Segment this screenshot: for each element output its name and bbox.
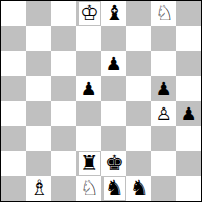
square-g2[interactable]: [151, 151, 176, 176]
square-f6[interactable]: [126, 51, 151, 76]
square-c8[interactable]: [51, 1, 76, 26]
square-d3[interactable]: [76, 126, 101, 151]
square-h8[interactable]: [176, 1, 201, 26]
square-c3[interactable]: [51, 126, 76, 151]
square-g1[interactable]: [151, 176, 176, 201]
square-b2[interactable]: [26, 151, 51, 176]
square-h3[interactable]: [176, 126, 201, 151]
square-g4[interactable]: ♙: [151, 101, 176, 126]
square-h7[interactable]: [176, 26, 201, 51]
black-bishop-e8: ♝: [104, 2, 125, 25]
black-rook-d2: ♜: [79, 152, 100, 175]
square-c1[interactable]: [51, 176, 76, 201]
square-a8[interactable]: [1, 1, 26, 26]
black-knight-e1: ♞: [104, 177, 125, 200]
square-c6[interactable]: [51, 51, 76, 76]
white-king-d8: ♔: [79, 2, 100, 25]
square-d2[interactable]: ♜: [76, 151, 101, 176]
square-d6[interactable]: [76, 51, 101, 76]
square-b1[interactable]: ♗: [26, 176, 51, 201]
white-knight-g8: ♘: [154, 2, 175, 25]
square-e7[interactable]: [101, 26, 126, 51]
square-d8[interactable]: ♔: [76, 1, 101, 26]
square-f7[interactable]: [126, 26, 151, 51]
square-e2[interactable]: ♚: [101, 151, 126, 176]
square-f8[interactable]: [126, 1, 151, 26]
square-g8[interactable]: ♘: [151, 1, 176, 26]
square-a3[interactable]: [1, 126, 26, 151]
square-g5[interactable]: ♟: [151, 76, 176, 101]
square-c5[interactable]: [51, 76, 76, 101]
square-b3[interactable]: [26, 126, 51, 151]
square-d5[interactable]: ♟: [76, 76, 101, 101]
square-f2[interactable]: [126, 151, 151, 176]
black-pawn-e6: ♟: [101, 51, 126, 76]
square-a4[interactable]: [1, 101, 26, 126]
square-a2[interactable]: [1, 151, 26, 176]
square-h4[interactable]: ♟: [176, 101, 201, 126]
square-a7[interactable]: [1, 26, 26, 51]
square-g3[interactable]: [151, 126, 176, 151]
black-king-e2: ♚: [104, 152, 125, 175]
square-b6[interactable]: [26, 51, 51, 76]
square-b7[interactable]: [26, 26, 51, 51]
square-f1[interactable]: ♞: [126, 176, 151, 201]
square-e1[interactable]: ♞: [101, 176, 126, 201]
white-knight-d1: ♘: [79, 177, 100, 200]
square-c7[interactable]: [51, 26, 76, 51]
square-e6[interactable]: ♟: [101, 51, 126, 76]
square-d1[interactable]: ♘: [76, 176, 101, 201]
square-c2[interactable]: [51, 151, 76, 176]
white-pawn-g4: ♙: [151, 101, 176, 126]
square-h2[interactable]: [176, 151, 201, 176]
white-bishop-b1: ♗: [29, 177, 50, 200]
square-e3[interactable]: [101, 126, 126, 151]
square-d7[interactable]: [76, 26, 101, 51]
black-pawn-h4: ♟: [176, 101, 201, 126]
square-g7[interactable]: [151, 26, 176, 51]
square-a6[interactable]: [1, 51, 26, 76]
square-f3[interactable]: [126, 126, 151, 151]
square-e4[interactable]: [101, 101, 126, 126]
square-h6[interactable]: [176, 51, 201, 76]
square-d4[interactable]: [76, 101, 101, 126]
chess-diagram: ♔♝♘♟♟♟♙♟♜♚♗♘♞♞: [0, 0, 202, 202]
square-e8[interactable]: ♝: [101, 1, 126, 26]
square-c4[interactable]: [51, 101, 76, 126]
square-e5[interactable]: [101, 76, 126, 101]
square-b5[interactable]: [26, 76, 51, 101]
black-pawn-d5: ♟: [76, 76, 101, 101]
square-h1[interactable]: [176, 176, 201, 201]
square-b8[interactable]: [26, 1, 51, 26]
square-b4[interactable]: [26, 101, 51, 126]
black-pawn-g5: ♟: [151, 76, 176, 101]
square-f5[interactable]: [126, 76, 151, 101]
square-h5[interactable]: [176, 76, 201, 101]
square-g6[interactable]: [151, 51, 176, 76]
black-knight-f1: ♞: [129, 177, 150, 200]
square-f4[interactable]: [126, 101, 151, 126]
square-a5[interactable]: [1, 76, 26, 101]
chess-board: ♔♝♘♟♟♟♙♟♜♚♗♘♞♞: [0, 0, 202, 202]
square-a1[interactable]: [1, 176, 26, 201]
